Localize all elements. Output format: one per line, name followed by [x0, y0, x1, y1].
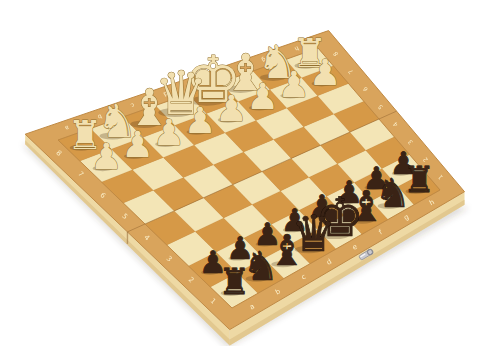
- piece-white-pawn-e7: ♟: [215, 88, 247, 129]
- piece-white-pawn-f7: ♟: [247, 76, 279, 117]
- piece-white-pawn-h7: ♟: [309, 52, 341, 93]
- piece-white-pawn-a7: ♟: [90, 136, 122, 177]
- piece-black-rook-a1: ♜: [218, 261, 250, 302]
- piece-white-pawn-b7: ♟: [121, 124, 153, 165]
- piece-white-pawn-d7: ♟: [184, 100, 216, 141]
- piece-white-pawn-c7: ♟: [153, 112, 185, 153]
- product-photo: 12345678abcdefghabcdefgh12345678♜♞♟♝♟♚♟♛…: [0, 0, 500, 346]
- chess-set-photo: 12345678abcdefghabcdefgh12345678♜♞♟♝♟♚♟♛…: [0, 0, 500, 346]
- piece-white-pawn-g7: ♟: [278, 64, 310, 105]
